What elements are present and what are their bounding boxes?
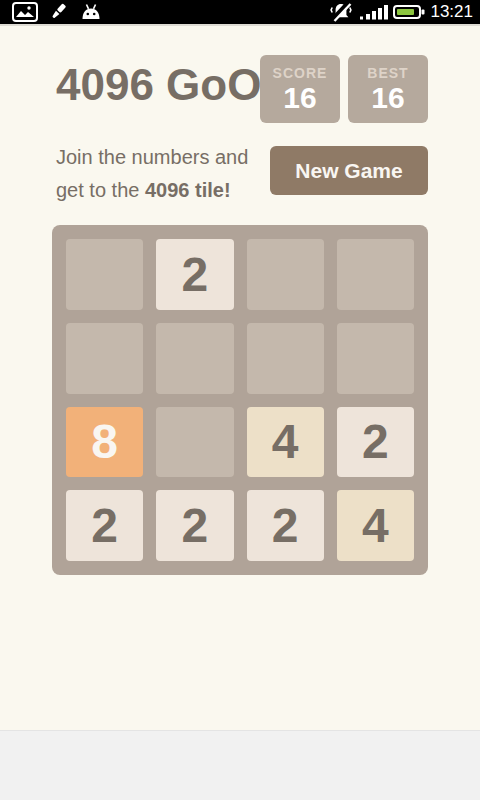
empty-cell-r2c1 <box>66 323 143 394</box>
empty-cell-r3c2 <box>156 407 233 478</box>
tile-2-r3c4: 2 <box>337 407 414 478</box>
new-game-button[interactable]: New Game <box>270 146 428 195</box>
empty-cell-r1c1 <box>66 239 143 310</box>
empty-cell-r1c4 <box>337 239 414 310</box>
android-icon <box>78 2 104 22</box>
tile-2-r4c2: 2 <box>156 490 233 561</box>
empty-cell-r2c4 <box>337 323 414 394</box>
board[interactable]: 28422224 <box>52 225 428 575</box>
tile-2-r4c3: 2 <box>247 490 324 561</box>
page-title: 4096 GoOn <box>56 60 288 110</box>
status-bar-left <box>5 1 104 23</box>
intro-line2-goal: 4096 tile! <box>145 179 231 201</box>
vibrate-mute-icon <box>329 2 353 22</box>
score-panel: SCORE 16 BEST 16 <box>260 55 428 123</box>
empty-cell-r2c2 <box>156 323 233 394</box>
status-bar: 13:21 <box>0 0 480 26</box>
best-label: BEST <box>348 65 428 81</box>
score-label: SCORE <box>260 65 340 81</box>
tile-4-r4c4: 4 <box>337 490 414 561</box>
empty-cell-r2c3 <box>247 323 324 394</box>
ad-banner <box>0 730 480 800</box>
best-value: 16 <box>348 81 428 115</box>
tile-8-r3c1: 8 <box>66 407 143 478</box>
intro-line2-prefix: get to the <box>56 179 145 201</box>
tile-2-r1c2: 2 <box>156 239 233 310</box>
signal-strength-icon <box>358 3 388 21</box>
score-value: 16 <box>260 81 340 115</box>
clock: 13:21 <box>430 0 473 25</box>
status-bar-right: 13:21 <box>329 0 475 25</box>
tile-2-r4c1: 2 <box>66 490 143 561</box>
intro-line1: Join the numbers and <box>56 146 248 168</box>
intro-text: Join the numbers and get to the 4096 til… <box>56 141 248 207</box>
empty-cell-r1c3 <box>247 239 324 310</box>
tile-4-r3c3: 4 <box>247 407 324 478</box>
battery-icon <box>393 3 425 21</box>
screenshot-icon <box>12 2 38 22</box>
brush-icon <box>47 1 69 23</box>
score-box: SCORE 16 <box>260 55 340 123</box>
best-box: BEST 16 <box>348 55 428 123</box>
